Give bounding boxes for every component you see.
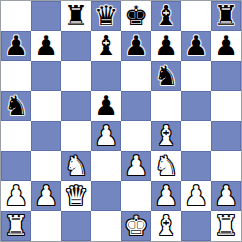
square-a3[interactable] (1, 151, 31, 181)
square-e5[interactable] (121, 91, 151, 121)
black-bishop[interactable]: ♝ (154, 2, 178, 29)
square-h3[interactable] (211, 151, 241, 181)
square-c5[interactable] (61, 91, 91, 121)
square-g1[interactable] (181, 211, 211, 241)
square-c8[interactable]: ♜ (61, 1, 91, 31)
square-h2[interactable]: ♟ (211, 181, 241, 211)
square-g8[interactable] (181, 1, 211, 31)
black-bishop[interactable]: ♝ (94, 32, 118, 59)
square-c2[interactable]: ♛ (61, 181, 91, 211)
white-pawn[interactable]: ♟ (154, 182, 178, 209)
white-bishop[interactable]: ♝ (154, 122, 178, 149)
square-a1[interactable]: ♜ (1, 211, 31, 241)
square-g3[interactable] (181, 151, 211, 181)
square-d7[interactable]: ♝ (91, 31, 121, 61)
white-pawn[interactable]: ♟ (124, 152, 148, 179)
square-d1[interactable] (91, 211, 121, 241)
square-e2[interactable] (121, 181, 151, 211)
white-rook[interactable]: ♜ (214, 212, 238, 239)
black-rook[interactable]: ♜ (214, 2, 238, 29)
black-pawn[interactable]: ♟ (124, 32, 148, 59)
square-a6[interactable] (1, 61, 31, 91)
square-f5[interactable] (151, 91, 181, 121)
square-b7[interactable]: ♟ (31, 31, 61, 61)
square-e8[interactable]: ♚ (121, 1, 151, 31)
square-b1[interactable] (31, 211, 61, 241)
square-g5[interactable] (181, 91, 211, 121)
square-h8[interactable]: ♜ (211, 1, 241, 31)
square-a8[interactable] (1, 1, 31, 31)
square-c4[interactable] (61, 121, 91, 151)
square-e4[interactable] (121, 121, 151, 151)
white-pawn[interactable]: ♟ (4, 182, 28, 209)
white-king[interactable]: ♚ (124, 212, 148, 239)
square-f1[interactable]: ♝ (151, 211, 181, 241)
black-knight[interactable]: ♞ (154, 62, 178, 89)
square-a5[interactable]: ♞ (1, 91, 31, 121)
white-pawn[interactable]: ♟ (94, 122, 118, 149)
square-d4[interactable]: ♟ (91, 121, 121, 151)
square-c6[interactable] (61, 61, 91, 91)
square-a7[interactable]: ♟ (1, 31, 31, 61)
square-f8[interactable]: ♝ (151, 1, 181, 31)
square-g6[interactable] (181, 61, 211, 91)
square-h6[interactable] (211, 61, 241, 91)
square-c3[interactable]: ♞ (61, 151, 91, 181)
square-h7[interactable]: ♟ (211, 31, 241, 61)
black-pawn[interactable]: ♟ (34, 32, 58, 59)
white-pawn[interactable]: ♟ (214, 182, 238, 209)
square-b4[interactable] (31, 121, 61, 151)
black-queen[interactable]: ♛ (94, 2, 118, 29)
square-a4[interactable] (1, 121, 31, 151)
black-knight[interactable]: ♞ (4, 92, 28, 119)
square-b8[interactable] (31, 1, 61, 31)
square-d3[interactable] (91, 151, 121, 181)
square-b2[interactable]: ♟ (31, 181, 61, 211)
black-pawn[interactable]: ♟ (4, 32, 28, 59)
white-knight[interactable]: ♞ (64, 152, 88, 179)
square-c7[interactable] (61, 31, 91, 61)
square-c1[interactable] (61, 211, 91, 241)
square-f3[interactable]: ♞ (151, 151, 181, 181)
square-g2[interactable]: ♟ (181, 181, 211, 211)
black-pawn[interactable]: ♟ (94, 92, 118, 119)
white-bishop[interactable]: ♝ (154, 212, 178, 239)
square-h4[interactable] (211, 121, 241, 151)
square-g4[interactable] (181, 121, 211, 151)
black-pawn[interactable]: ♟ (184, 32, 208, 59)
square-d6[interactable] (91, 61, 121, 91)
square-b5[interactable] (31, 91, 61, 121)
square-e1[interactable]: ♚ (121, 211, 151, 241)
square-e3[interactable]: ♟ (121, 151, 151, 181)
square-d8[interactable]: ♛ (91, 1, 121, 31)
chess-board: ♜♛♚♝♜♟♟♝♟♟♟♟♞♞♟♟♝♞♟♞♟♟♛♟♟♟♜♚♝♜ (0, 0, 242, 242)
square-a2[interactable]: ♟ (1, 181, 31, 211)
square-h1[interactable]: ♜ (211, 211, 241, 241)
square-d2[interactable] (91, 181, 121, 211)
black-king[interactable]: ♚ (124, 2, 148, 29)
black-pawn[interactable]: ♟ (154, 32, 178, 59)
white-knight[interactable]: ♞ (154, 152, 178, 179)
square-f7[interactable]: ♟ (151, 31, 181, 61)
white-pawn[interactable]: ♟ (184, 182, 208, 209)
black-pawn[interactable]: ♟ (214, 32, 238, 59)
square-d5[interactable]: ♟ (91, 91, 121, 121)
square-f2[interactable]: ♟ (151, 181, 181, 211)
square-b3[interactable] (31, 151, 61, 181)
white-pawn[interactable]: ♟ (34, 182, 58, 209)
white-queen[interactable]: ♛ (64, 182, 88, 209)
square-h5[interactable] (211, 91, 241, 121)
black-rook[interactable]: ♜ (64, 2, 88, 29)
white-rook[interactable]: ♜ (4, 212, 28, 239)
square-f4[interactable]: ♝ (151, 121, 181, 151)
square-e6[interactable] (121, 61, 151, 91)
square-g7[interactable]: ♟ (181, 31, 211, 61)
square-b6[interactable] (31, 61, 61, 91)
square-f6[interactable]: ♞ (151, 61, 181, 91)
square-e7[interactable]: ♟ (121, 31, 151, 61)
